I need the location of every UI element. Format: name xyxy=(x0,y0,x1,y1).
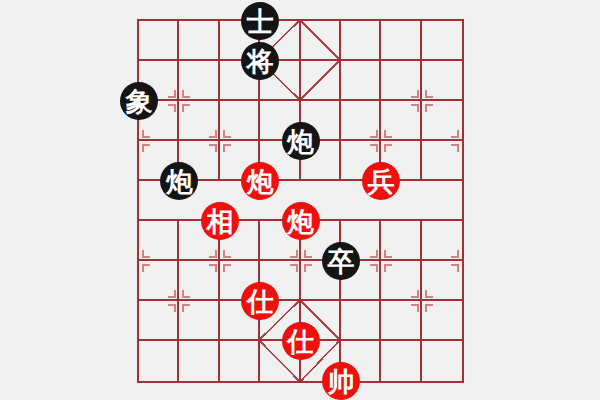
xiangqi-app-background: 士将象炮炮卒炮兵相炮仕仕帅 xyxy=(0,0,600,400)
piece-layer: 士将象炮炮卒炮兵相炮仕仕帅 xyxy=(139,21,462,381)
piece-black-advisor[interactable]: 士 xyxy=(241,2,279,40)
piece-red-soldier[interactable]: 兵 xyxy=(362,162,400,200)
piece-black-general[interactable]: 将 xyxy=(241,42,279,80)
piece-red-cannon[interactable]: 炮 xyxy=(241,162,279,200)
piece-black-elephant[interactable]: 象 xyxy=(120,82,158,120)
piece-red-general[interactable]: 帅 xyxy=(322,362,360,400)
xiangqi-board: 士将象炮炮卒炮兵相炮仕仕帅 xyxy=(137,19,464,383)
piece-red-advisor[interactable]: 仕 xyxy=(282,322,320,360)
piece-black-soldier[interactable]: 卒 xyxy=(322,242,360,280)
piece-black-cannon[interactable]: 炮 xyxy=(282,122,320,160)
piece-red-cannon[interactable]: 炮 xyxy=(282,202,320,240)
piece-red-advisor[interactable]: 仕 xyxy=(241,282,279,320)
piece-black-cannon[interactable]: 炮 xyxy=(160,162,198,200)
piece-red-elephant[interactable]: 相 xyxy=(201,202,239,240)
